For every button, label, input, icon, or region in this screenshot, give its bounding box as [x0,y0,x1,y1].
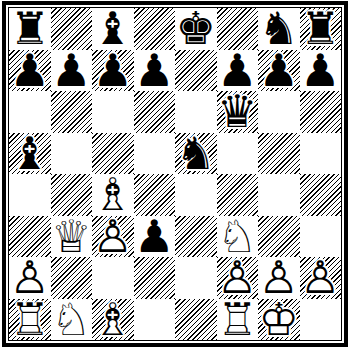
square-h7[interactable]: ♟♟ [300,50,342,92]
square-h5[interactable] [300,133,342,175]
square-b3[interactable]: ♛♕ [51,216,93,258]
square-h4[interactable] [300,174,342,216]
white-queen-icon: ♛♕ [51,216,93,258]
square-e3[interactable] [175,216,217,258]
square-e2[interactable] [175,257,217,299]
square-f6[interactable]: ♛♛ [217,91,259,133]
board-frame: ♜♜♝♝♚♚♞♞♜♜♟♟♟♟♟♟♟♟♟♟♟♟♟♟♛♛♝♝♞♞♝♗♛♕♟♙♟♟♞♘… [2,1,348,347]
square-e1[interactable] [175,299,217,341]
square-g5[interactable] [258,133,300,175]
white-pawn-icon: ♟♙ [300,257,342,299]
square-b6[interactable] [51,91,93,133]
square-c1[interactable]: ♝♗ [92,299,134,341]
black-queen-icon: ♛♛ [217,91,259,133]
black-pawn-icon: ♟♟ [92,50,134,92]
black-pawn-icon: ♟♟ [300,50,342,92]
black-bishop-icon: ♝♝ [9,133,51,175]
white-bishop-icon: ♝♗ [92,299,134,341]
black-pawn-icon: ♟♟ [258,50,300,92]
square-d6[interactable] [134,91,176,133]
white-knight-icon: ♞♘ [51,299,93,341]
square-f5[interactable] [217,133,259,175]
square-e8[interactable]: ♚♚ [175,8,217,50]
square-h1[interactable] [300,299,342,341]
black-pawn-icon: ♟♟ [9,50,51,92]
black-king-icon: ♚♚ [175,8,217,50]
square-e5[interactable]: ♞♞ [175,133,217,175]
white-pawn-icon: ♟♙ [92,216,134,258]
square-b1[interactable]: ♞♘ [51,299,93,341]
square-f1[interactable]: ♜♖ [217,299,259,341]
square-d1[interactable] [134,299,176,341]
square-d7[interactable]: ♟♟ [134,50,176,92]
square-b7[interactable]: ♟♟ [51,50,93,92]
square-h2[interactable]: ♟♙ [300,257,342,299]
white-rook-icon: ♜♖ [217,299,259,341]
square-g6[interactable] [258,91,300,133]
square-g4[interactable] [258,174,300,216]
chess-board: ♜♜♝♝♚♚♞♞♜♜♟♟♟♟♟♟♟♟♟♟♟♟♟♟♛♛♝♝♞♞♝♗♛♕♟♙♟♟♞♘… [9,8,341,340]
square-c6[interactable] [92,91,134,133]
square-c7[interactable]: ♟♟ [92,50,134,92]
black-pawn-icon: ♟♟ [134,216,176,258]
chess-diagram: ♜♜♝♝♚♚♞♞♜♜♟♟♟♟♟♟♟♟♟♟♟♟♟♟♛♛♝♝♞♞♝♗♛♕♟♙♟♟♞♘… [0,0,350,349]
square-g7[interactable]: ♟♟ [258,50,300,92]
square-h6[interactable] [300,91,342,133]
black-knight-icon: ♞♞ [175,133,217,175]
board-inner-frame: ♜♜♝♝♚♚♞♞♜♜♟♟♟♟♟♟♟♟♟♟♟♟♟♟♛♛♝♝♞♞♝♗♛♕♟♙♟♟♞♘… [8,7,342,341]
square-e4[interactable] [175,174,217,216]
square-e7[interactable] [175,50,217,92]
square-d5[interactable] [134,133,176,175]
square-a5[interactable]: ♝♝ [9,133,51,175]
white-king-icon: ♚♔ [258,299,300,341]
black-pawn-icon: ♟♟ [51,50,93,92]
square-c3[interactable]: ♟♙ [92,216,134,258]
square-d2[interactable] [134,257,176,299]
square-g1[interactable]: ♚♔ [258,299,300,341]
square-b5[interactable] [51,133,93,175]
square-d3[interactable]: ♟♟ [134,216,176,258]
square-a4[interactable] [9,174,51,216]
white-rook-icon: ♜♖ [9,299,51,341]
square-a1[interactable]: ♜♖ [9,299,51,341]
black-pawn-icon: ♟♟ [134,50,176,92]
square-a7[interactable]: ♟♟ [9,50,51,92]
